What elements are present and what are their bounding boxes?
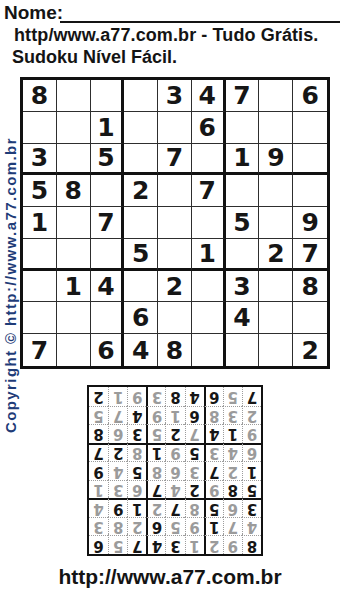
copyright-vertical-text: Copyright © http://www.a77.com.br [2, 97, 19, 433]
puzzle-cell-r5c9[interactable]: 9 [293, 207, 327, 239]
puzzle-cell-r5c1[interactable]: 1 [23, 207, 57, 239]
solution-cell-r3c1: 3 [242, 498, 261, 517]
puzzle-cell-r5c3[interactable]: 7 [91, 207, 125, 239]
puzzle-cell-r2c5[interactable] [158, 112, 192, 144]
solution-cell-r5c8: 4 [108, 461, 127, 480]
puzzle-cell-r2c4[interactable] [124, 112, 158, 144]
solution-cell-r9c6: 3 [146, 387, 165, 406]
solution-cell-r1c8: 5 [108, 535, 127, 554]
puzzle-cell-r8c2[interactable] [57, 302, 91, 334]
puzzle-cell-r7c4[interactable] [124, 271, 158, 303]
solution-cell-r7c7: 3 [127, 424, 146, 443]
solution-cell-r8c9: 5 [89, 406, 108, 425]
puzzle-cell-r1c9[interactable]: 6 [293, 80, 327, 112]
solution-cell-r8c2: 3 [223, 406, 242, 425]
puzzle-cell-r3c1[interactable]: 3 [23, 144, 57, 176]
solution-cell-r4c9: 1 [89, 480, 108, 499]
solution-cell-r2c3: 1 [204, 517, 223, 536]
solution-cell-r7c1: 9 [242, 424, 261, 443]
solution-cell-r2c1: 4 [242, 517, 261, 536]
puzzle-cell-r3c4[interactable] [124, 144, 158, 176]
puzzle-cell-r3c8[interactable]: 9 [259, 144, 293, 176]
solution-cell-r6c9: 7 [89, 443, 108, 462]
puzzle-cell-r8c3[interactable] [91, 302, 125, 334]
puzzle-cell-r5c4[interactable] [124, 207, 158, 239]
puzzle-cell-r7c9[interactable]: 8 [293, 271, 327, 303]
solution-cell-r5c3: 7 [204, 461, 223, 480]
solution-cell-r1c9: 6 [89, 535, 108, 554]
solution-cell-r6c8: 2 [108, 443, 127, 462]
puzzle-cell-r2c3[interactable]: 1 [91, 112, 125, 144]
solution-cell-r5c4: 3 [185, 461, 204, 480]
puzzle-cell-r2c1[interactable] [23, 112, 57, 144]
solution-cell-r3c4: 8 [185, 498, 204, 517]
puzzle-cell-r2c8[interactable] [259, 112, 293, 144]
puzzle-cell-r4c8[interactable] [259, 175, 293, 207]
solution-cell-r1c2: 9 [223, 535, 242, 554]
solution-cell-r3c5: 7 [165, 498, 184, 517]
puzzle-cell-r3c7[interactable]: 1 [226, 144, 260, 176]
puzzle-cell-r6c8[interactable]: 2 [259, 239, 293, 271]
solution-cell-r1c3: 2 [204, 535, 223, 554]
puzzle-cell-r8c1[interactable] [23, 302, 57, 334]
puzzle-cell-r7c7[interactable]: 3 [226, 271, 260, 303]
puzzle-cell-r8c9[interactable] [293, 302, 327, 334]
puzzle-cell-r8c8[interactable] [259, 302, 293, 334]
puzzle-cell-r9c2[interactable] [57, 334, 91, 366]
sudoku-puzzle-grid: 834761635719582717595127142386476482 [20, 77, 330, 369]
puzzle-cell-r4c3[interactable] [91, 175, 125, 207]
puzzle-cell-r4c9[interactable] [293, 175, 327, 207]
solution-cell-r6c5: 9 [165, 443, 184, 462]
solution-cell-r2c7: 2 [127, 517, 146, 536]
puzzle-cell-r2c9[interactable] [293, 112, 327, 144]
sudoku-solution-grid-rotated: 8921347564719562833658721945892476311273… [87, 385, 263, 556]
solution-cell-r3c6: 2 [146, 498, 165, 517]
solution-cell-r5c1: 1 [242, 461, 261, 480]
solution-cell-r4c1: 5 [242, 480, 261, 499]
puzzle-cell-r3c2[interactable] [57, 144, 91, 176]
solution-cell-r6c1: 6 [242, 443, 261, 462]
puzzle-cell-r8c6[interactable] [192, 302, 226, 334]
puzzle-cell-r7c1[interactable] [23, 271, 57, 303]
puzzle-cell-r9c1[interactable]: 7 [23, 334, 57, 366]
puzzle-cell-r7c3[interactable]: 4 [91, 271, 125, 303]
solution-cell-r3c9: 4 [89, 498, 108, 517]
solution-cell-r9c3: 6 [204, 387, 223, 406]
puzzle-cell-r6c4[interactable]: 5 [124, 239, 158, 271]
puzzle-cell-r9c6[interactable] [192, 334, 226, 366]
puzzle-cell-r1c1[interactable]: 8 [23, 80, 57, 112]
puzzle-cell-r6c3[interactable] [91, 239, 125, 271]
solution-cell-r5c5: 6 [165, 461, 184, 480]
puzzle-cell-r7c5[interactable]: 2 [158, 271, 192, 303]
puzzle-cell-r2c7[interactable] [226, 112, 260, 144]
puzzle-cell-r3c6[interactable] [192, 144, 226, 176]
puzzle-cell-r4c2[interactable]: 8 [57, 175, 91, 207]
solution-cell-r7c8: 6 [108, 424, 127, 443]
puzzle-cell-r9c4[interactable]: 4 [124, 334, 158, 366]
solution-cell-r8c4: 6 [185, 406, 204, 425]
solution-cell-r2c5: 5 [165, 517, 184, 536]
solution-cell-r8c5: 1 [165, 406, 184, 425]
puzzle-cell-r1c6[interactable]: 4 [192, 80, 226, 112]
puzzle-cell-r1c8[interactable] [259, 80, 293, 112]
puzzle-cell-r5c2[interactable] [57, 207, 91, 239]
solution-cell-r5c7: 5 [127, 461, 146, 480]
solution-cell-r1c4: 1 [185, 535, 204, 554]
solution-cell-r9c2: 5 [223, 387, 242, 406]
solution-cell-r7c4: 7 [185, 424, 204, 443]
solution-cell-r4c4: 2 [185, 480, 204, 499]
solution-cell-r3c3: 5 [204, 498, 223, 517]
solution-cell-r4c5: 4 [165, 480, 184, 499]
puzzle-cell-r1c7[interactable]: 7 [226, 80, 260, 112]
site-url-line: http/www.a77.com.br - Tudo Grátis. [14, 25, 318, 46]
puzzle-cell-r5c8[interactable] [259, 207, 293, 239]
puzzle-cell-r8c5[interactable] [158, 302, 192, 334]
puzzle-cell-r2c6[interactable]: 6 [192, 112, 226, 144]
solution-cell-r2c2: 7 [223, 517, 242, 536]
solution-cell-r9c8: 1 [108, 387, 127, 406]
page-title: Sudoku Nível Fácil. [12, 47, 177, 68]
solution-cell-r2c4: 9 [185, 517, 204, 536]
puzzle-cell-r6c2[interactable] [57, 239, 91, 271]
solution-cell-r4c6: 7 [146, 480, 165, 499]
puzzle-cell-r6c7[interactable] [226, 239, 260, 271]
solution-cell-r5c6: 8 [146, 461, 165, 480]
puzzle-cell-r1c5[interactable]: 3 [158, 80, 192, 112]
footer-url: http://www.a77.com.br [0, 565, 340, 589]
solution-cell-r9c5: 8 [165, 387, 184, 406]
puzzle-cell-r9c3[interactable]: 6 [91, 334, 125, 366]
solution-cell-r7c9: 8 [89, 424, 108, 443]
puzzle-cell-r7c8[interactable] [259, 271, 293, 303]
solution-cell-r4c2: 8 [223, 480, 242, 499]
solution-cell-r5c2: 2 [223, 461, 242, 480]
puzzle-cell-r4c4[interactable]: 2 [124, 175, 158, 207]
puzzle-cell-r8c4[interactable]: 6 [124, 302, 158, 334]
puzzle-cell-r5c6[interactable] [192, 207, 226, 239]
solution-cell-r7c5: 2 [165, 424, 184, 443]
puzzle-cell-r9c9[interactable]: 2 [293, 334, 327, 366]
solution-cell-r8c6: 9 [146, 406, 165, 425]
puzzle-cell-r9c7[interactable] [226, 334, 260, 366]
solution-cell-r2c9: 3 [89, 517, 108, 536]
solution-cell-r8c1: 2 [242, 406, 261, 425]
solution-cell-r7c3: 4 [204, 424, 223, 443]
solution-cell-r8c3: 8 [204, 406, 223, 425]
solution-cell-r8c8: 7 [108, 406, 127, 425]
solution-cell-r5c9: 9 [89, 461, 108, 480]
solution-cell-r6c3: 3 [204, 443, 223, 462]
puzzle-cell-r1c4[interactable] [124, 80, 158, 112]
puzzle-cell-r6c1[interactable] [23, 239, 57, 271]
solution-cell-r4c8: 3 [108, 480, 127, 499]
puzzle-cell-r3c5[interactable]: 7 [158, 144, 192, 176]
solution-cell-r9c7: 9 [127, 387, 146, 406]
puzzle-cell-r6c6[interactable]: 1 [192, 239, 226, 271]
puzzle-cell-r5c5[interactable] [158, 207, 192, 239]
puzzle-cell-r4c1[interactable]: 5 [23, 175, 57, 207]
solution-cell-r6c6: 1 [146, 443, 165, 462]
solution-cell-r3c7: 1 [127, 498, 146, 517]
solution-cell-r4c7: 6 [127, 480, 146, 499]
solution-cell-r1c6: 4 [146, 535, 165, 554]
puzzle-cell-r2c2[interactable] [57, 112, 91, 144]
name-blank-line [60, 21, 340, 23]
puzzle-cell-r9c5[interactable]: 8 [158, 334, 192, 366]
solution-cell-r9c4: 4 [185, 387, 204, 406]
name-label: Nome: [4, 2, 63, 24]
puzzle-cell-r1c2[interactable] [57, 80, 91, 112]
solution-cell-r6c7: 8 [127, 443, 146, 462]
solution-cell-r2c6: 6 [146, 517, 165, 536]
solution-cell-r3c2: 6 [223, 498, 242, 517]
solution-cell-r4c3: 9 [204, 480, 223, 499]
solution-cell-r1c7: 7 [127, 535, 146, 554]
solution-cell-r9c1: 7 [242, 387, 261, 406]
solution-cell-r6c4: 5 [185, 443, 204, 462]
puzzle-cell-r5c7[interactable]: 5 [226, 207, 260, 239]
solution-cell-r1c5: 3 [165, 535, 184, 554]
solution-cell-r6c2: 4 [223, 443, 242, 462]
puzzle-cell-r6c9[interactable]: 7 [293, 239, 327, 271]
puzzle-cell-r7c6[interactable] [192, 271, 226, 303]
puzzle-cell-r3c9[interactable] [293, 144, 327, 176]
puzzle-cell-r4c6[interactable]: 7 [192, 175, 226, 207]
puzzle-cell-r3c3[interactable]: 5 [91, 144, 125, 176]
puzzle-cell-r4c5[interactable] [158, 175, 192, 207]
solution-cell-r2c8: 8 [108, 517, 127, 536]
puzzle-cell-r4c7[interactable] [226, 175, 260, 207]
puzzle-cell-r7c2[interactable]: 1 [57, 271, 91, 303]
solution-cell-r3c8: 9 [108, 498, 127, 517]
solution-cell-r9c9: 2 [89, 387, 108, 406]
puzzle-cell-r8c7[interactable]: 4 [226, 302, 260, 334]
solution-cell-r7c6: 5 [146, 424, 165, 443]
solution-cell-r8c7: 4 [127, 406, 146, 425]
puzzle-cell-r6c5[interactable] [158, 239, 192, 271]
solution-cell-r7c2: 1 [223, 424, 242, 443]
puzzle-cell-r9c8[interactable] [259, 334, 293, 366]
puzzle-cell-r1c3[interactable] [91, 80, 125, 112]
solution-cell-r1c1: 8 [242, 535, 261, 554]
